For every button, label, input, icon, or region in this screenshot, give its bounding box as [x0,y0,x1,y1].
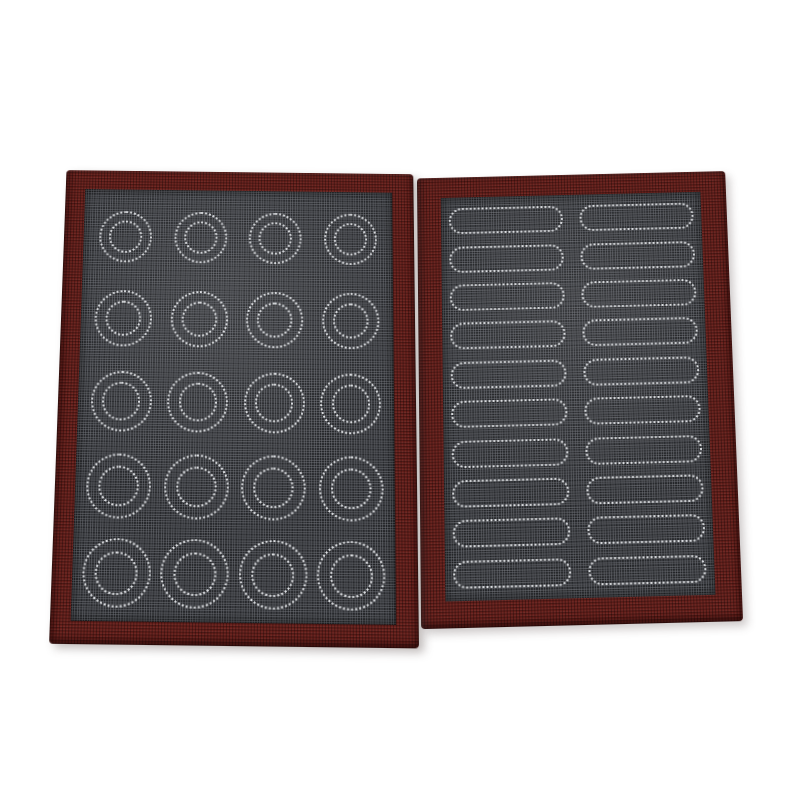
macaron-guide-inner-circle [253,467,294,508]
eclair-guide-cell [448,314,568,356]
eclair-guide-cell [582,428,704,471]
macaron-guide [238,540,307,611]
macaron-guide [241,455,306,521]
eclair-guide [581,279,697,308]
eclair-guide-cell [449,432,571,475]
eclair-guide-cell [585,548,709,592]
macaron-guide-inner-circle [332,303,368,339]
macaron-guide-inner-circle [334,223,367,256]
eclair-guide-cell [449,392,570,434]
macaron-guide [320,373,381,434]
eclair-guide-cell [578,235,698,276]
eclair-guide-cell [584,508,707,551]
eclair-guide [453,518,571,549]
eclair-guide-cell [580,350,701,392]
eclair-guide [582,317,698,346]
macaron-guide-inner-circle [181,301,218,337]
eclair-guide-cell [581,389,703,431]
eclair-mat-mesh [441,192,716,602]
macaron-guide [249,213,302,265]
macaron-guide [319,456,384,522]
macaron-guide-inner-circle [257,302,293,338]
eclair-guide-cell [448,276,568,317]
eclair-guide [453,558,572,589]
eclair-guide [585,435,702,465]
macaron-guide-inner-circle [332,385,370,423]
macaron-guide [94,290,153,347]
macaron-guide-inner-circle [178,383,217,421]
eclair-guide [452,438,569,468]
macaron-guide [243,372,304,433]
macaron-guide-inner-circle [330,554,373,598]
macaron-guide [170,291,228,348]
eclair-guide-cell [448,353,569,395]
macaron-guide-row [84,197,391,281]
eclair-guide-cell [450,471,572,514]
macaron-guide-inner-circle [176,466,217,507]
product-photo [0,0,800,800]
macaron-guide [99,211,153,263]
macaron-guide [246,292,304,349]
macaron-guide-row [81,277,391,363]
eclair-guide [583,356,700,386]
macaron-guide [85,453,152,519]
macaron-guide [317,541,386,612]
macaron-guide-inner-circle [105,300,142,336]
eclair-guide [584,395,701,425]
macaron-guide-inner-circle [98,465,140,506]
macaron-guide-inner-circle [251,553,294,597]
macaron-guide [90,371,153,432]
macaron-guide [163,454,229,520]
eclair-guide-cell [451,551,574,595]
macaron-guide-inner-circle [94,551,138,595]
eclair-guide [450,282,565,311]
eclair-guide [580,241,695,270]
macaron-guide-inner-circle [259,222,292,255]
eclair-guide [449,206,564,235]
eclair-guide [449,244,564,273]
macaron-guide-inner-circle [102,382,141,420]
eclair-guide-grid [447,197,710,595]
eclair-guide [452,478,570,508]
macaron-baking-mat [49,170,419,648]
macaron-guide-inner-circle [173,552,217,596]
macaron-guide [324,214,377,266]
eclair-guide [588,555,707,586]
macaron-guide-row [79,359,393,447]
eclair-guide [450,320,566,349]
eclair-guide-cell [447,200,566,241]
eclair-guide [587,514,705,544]
macaron-guide [322,292,380,349]
macaron-guide [160,539,230,610]
eclair-guide-cell [450,511,573,554]
eclair-guide [579,203,694,232]
macaron-guide-grid [73,197,394,621]
macaron-guide [174,212,228,264]
macaron-guide-inner-circle [109,221,143,254]
eclair-guide [451,398,568,428]
eclair-guide [586,474,704,504]
macaron-guide-inner-circle [331,468,372,509]
macaron-guide-row [73,529,394,621]
eclair-guide-cell [579,311,700,353]
macaron-guide-inner-circle [184,222,218,255]
eclair-guide-cell [447,238,567,279]
eclair-guide-cell [583,468,706,511]
eclair-guide-cell [577,197,697,238]
macaron-guide [167,371,229,432]
macaron-guide-row [76,443,393,533]
macaron-guide-inner-circle [255,384,293,422]
eclair-guide [451,359,567,389]
eclair-guide-cell [579,273,699,314]
macaron-guide [81,538,152,608]
macaron-mat-mesh [71,189,397,625]
eclair-baking-mat [417,171,743,629]
